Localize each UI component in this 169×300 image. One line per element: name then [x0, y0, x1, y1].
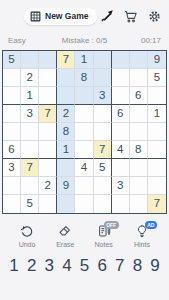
cell-r5c3[interactable] — [39, 123, 57, 141]
cell-r3c9[interactable] — [148, 87, 166, 105]
sudoku-grid-icon — [30, 11, 41, 22]
numkey-5[interactable]: 5 — [77, 256, 93, 276]
notes-label: Notes — [95, 241, 113, 248]
cell-r5c2[interactable] — [21, 123, 39, 141]
cell-r6c1[interactable]: 6 — [3, 141, 21, 159]
cell-r1c6[interactable] — [94, 51, 112, 69]
numkey-3[interactable]: 3 — [41, 256, 57, 276]
notes-button[interactable]: OFF Notes — [86, 224, 122, 248]
cell-r4c6[interactable] — [94, 105, 112, 123]
cell-r6c6[interactable]: 7 — [94, 141, 112, 159]
cell-r1c2[interactable] — [21, 51, 39, 69]
numkey-2[interactable]: 2 — [24, 256, 40, 276]
undo-label: Undo — [19, 241, 36, 248]
cell-r9c9[interactable]: 7 — [148, 195, 166, 213]
cell-r1c9[interactable]: 9 — [148, 51, 166, 69]
cell-r2c5[interactable]: 8 — [75, 69, 93, 87]
cell-r4c4[interactable]: 2 — [57, 105, 75, 123]
new-game-button[interactable]: New Game — [24, 8, 97, 25]
erase-label: Erase — [56, 241, 74, 248]
cell-r5c5[interactable] — [75, 123, 93, 141]
numkey-9[interactable]: 9 — [147, 256, 163, 276]
cell-r2c3[interactable] — [39, 69, 57, 87]
sudoku-app: New Game — [0, 0, 169, 300]
cell-r4c8[interactable] — [130, 105, 148, 123]
cell-r9c2[interactable]: 5 — [21, 195, 39, 213]
cell-r7c6[interactable]: 5 — [94, 159, 112, 177]
cell-r4c1[interactable] — [3, 105, 21, 123]
cell-r9c6[interactable] — [94, 195, 112, 213]
cell-r5c7[interactable] — [112, 123, 130, 141]
cell-r7c9[interactable] — [148, 159, 166, 177]
cell-r6c4[interactable]: 1 — [57, 141, 75, 159]
gear-icon — [147, 9, 162, 24]
cell-r8c5[interactable] — [75, 177, 93, 195]
cell-r9c7[interactable] — [112, 195, 130, 213]
shop-button[interactable] — [123, 9, 138, 24]
cell-r7c3[interactable] — [39, 159, 57, 177]
cell-r1c3[interactable] — [39, 51, 57, 69]
cell-r9c5[interactable] — [75, 195, 93, 213]
notes-off-badge: OFF — [104, 221, 119, 229]
dart-icon — [99, 9, 114, 24]
cell-r5c1[interactable] — [3, 123, 21, 141]
cell-r3c5[interactable] — [75, 87, 93, 105]
hints-badge: AD — [145, 221, 157, 229]
cell-r7c8[interactable] — [130, 159, 148, 177]
eraser-icon — [58, 224, 72, 238]
undo-button[interactable]: Undo — [9, 224, 45, 248]
new-game-label: New Game — [45, 11, 88, 21]
cell-r9c4[interactable] — [57, 195, 75, 213]
numkey-4[interactable]: 4 — [59, 256, 75, 276]
timer: 00:17 — [117, 36, 161, 45]
dart-button[interactable] — [99, 9, 114, 24]
cell-r2c6[interactable] — [94, 69, 112, 87]
hints-label: Hints — [134, 241, 150, 248]
cell-r7c5[interactable]: 4 — [75, 159, 93, 177]
erase-button[interactable]: Erase — [47, 224, 83, 248]
cell-r7c2[interactable]: 7 — [21, 159, 39, 177]
cell-r4c2[interactable]: 3 — [21, 105, 39, 123]
cell-r7c4[interactable] — [57, 159, 75, 177]
cell-r6c2[interactable] — [21, 141, 39, 159]
cell-r4c5[interactable] — [75, 105, 93, 123]
difficulty-label: Easy — [8, 36, 52, 45]
header: New Game — [0, 0, 169, 28]
numkey-1[interactable]: 1 — [6, 256, 22, 276]
cell-r3c2[interactable]: 1 — [21, 87, 39, 105]
cell-r2c4[interactable] — [57, 69, 75, 87]
numkey-7[interactable]: 7 — [112, 256, 128, 276]
cell-r2c2[interactable]: 2 — [21, 69, 39, 87]
cell-r8c3[interactable]: 2 — [39, 177, 57, 195]
numkey-6[interactable]: 6 — [94, 256, 110, 276]
cell-r5c4[interactable]: 8 — [57, 123, 75, 141]
cart-icon — [123, 9, 138, 24]
cell-r8c8[interactable] — [130, 177, 148, 195]
header-icons — [99, 9, 162, 24]
cell-r1c4[interactable]: 7 — [57, 51, 75, 69]
cell-r3c8[interactable]: 6 — [130, 87, 148, 105]
cell-r4c3[interactable]: 7 — [39, 105, 57, 123]
toolbar: Undo Erase OFF Notes AD — [0, 214, 169, 248]
cell-r8c4[interactable]: 9 — [57, 177, 75, 195]
mistake-counter: Mistake : 0/5 — [52, 36, 117, 45]
cell-r9c1[interactable] — [3, 195, 21, 213]
cell-r2c8[interactable] — [130, 69, 148, 87]
cell-r1c1[interactable]: 5 — [3, 51, 21, 69]
cell-r3c1[interactable] — [3, 87, 21, 105]
hints-button[interactable]: AD Hints — [124, 224, 160, 248]
cell-r1c7[interactable] — [112, 51, 130, 69]
cell-r2c1[interactable] — [3, 69, 21, 87]
cell-r7c1[interactable]: 3 — [3, 159, 21, 177]
numkey-8[interactable]: 8 — [129, 256, 145, 276]
cell-r4c7[interactable]: 6 — [112, 105, 130, 123]
cell-r9c3[interactable] — [39, 195, 57, 213]
cell-r3c3[interactable] — [39, 87, 57, 105]
cell-r8c6[interactable] — [94, 177, 112, 195]
cell-r8c7[interactable]: 3 — [112, 177, 130, 195]
status-bar: Easy Mistake : 0/5 00:17 — [0, 28, 169, 50]
cell-r4c9[interactable]: 1 — [148, 105, 166, 123]
cell-r3c4[interactable] — [57, 87, 75, 105]
cell-r6c8[interactable]: 8 — [130, 141, 148, 159]
cell-r2c9[interactable]: 5 — [148, 69, 166, 87]
cell-r6c9[interactable] — [148, 141, 166, 159]
sudoku-board: 571928513637261861748374529357 — [2, 50, 167, 214]
cell-r5c6[interactable] — [94, 123, 112, 141]
cell-r5c9[interactable] — [148, 123, 166, 141]
cell-r8c1[interactable] — [3, 177, 21, 195]
number-pad: 1 2 3 4 5 6 7 8 9 — [0, 248, 169, 276]
cell-r1c8[interactable] — [130, 51, 148, 69]
undo-icon — [20, 224, 34, 238]
cell-r8c2[interactable] — [21, 177, 39, 195]
settings-button[interactable] — [147, 9, 162, 24]
cell-r7c7[interactable] — [112, 159, 130, 177]
cell-r6c3[interactable] — [39, 141, 57, 159]
cell-r3c6[interactable]: 3 — [94, 87, 112, 105]
cell-r9c8[interactable] — [130, 195, 148, 213]
cell-r6c5[interactable] — [75, 141, 93, 159]
cell-r6c7[interactable]: 4 — [112, 141, 130, 159]
cell-r1c5[interactable]: 1 — [75, 51, 93, 69]
cell-r3c7[interactable] — [112, 87, 130, 105]
cell-r2c7[interactable] — [112, 69, 130, 87]
cell-r8c9[interactable] — [148, 177, 166, 195]
cell-r5c8[interactable] — [130, 123, 148, 141]
